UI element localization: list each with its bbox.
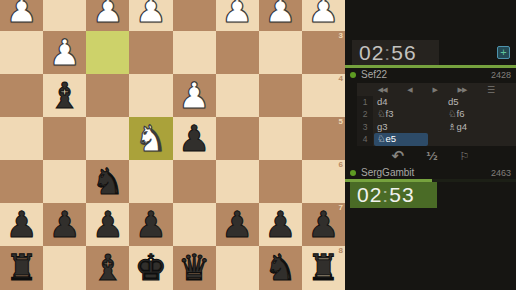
square-g6[interactable] (43, 160, 86, 203)
player-name-top[interactable]: Sef22 (361, 69, 387, 80)
nav-prev-icon[interactable]: ◀ (407, 86, 411, 94)
square-b4[interactable] (259, 74, 302, 117)
piece-white-pawn-e2[interactable]: ♟ (129, 0, 172, 31)
square-c4[interactable] (216, 74, 259, 117)
piece-black-pawn-d5[interactable]: ♟ (173, 117, 216, 160)
square-f6[interactable]: ♞ (86, 160, 129, 203)
move-number-4: 4 (357, 133, 373, 145)
rank-label-8: 8 (339, 247, 343, 255)
move-panel: ◀◀ ◀ ▶ ▶▶ ☰ 1d4d52♘f3♘f63g3♗g44♘e5 (357, 83, 516, 146)
square-h2[interactable]: ♟ (0, 0, 43, 31)
square-c3[interactable] (216, 31, 259, 74)
board: ♜♝♚♛♝♞♜1♟♟♟♟♟♟2♟3♝♟4♞♟5♞6♟♟♟♟♟♟♟7♜♝♚♛♞♜8 (0, 0, 345, 290)
square-d3[interactable] (173, 31, 216, 74)
square-d2[interactable] (173, 0, 216, 31)
piece-black-knight-f6[interactable]: ♞ (86, 160, 129, 203)
move-cell-2b[interactable]: ♘f6 (444, 108, 516, 120)
square-e7[interactable]: ♟ (129, 203, 172, 246)
square-h4[interactable] (0, 74, 43, 117)
square-e3[interactable] (129, 31, 172, 74)
square-h5[interactable] (0, 117, 43, 160)
move-cell-1w[interactable]: d4 (373, 96, 444, 108)
square-g5[interactable] (43, 117, 86, 160)
nav-next-icon[interactable]: ▶ (432, 86, 436, 94)
square-e2[interactable]: ♟ (129, 0, 172, 31)
move-nav: ◀◀ ◀ ▶ ▶▶ ☰ (357, 83, 516, 96)
game-screen: ♜♝♚♛♝♞♜1♟♟♟♟♟♟2♟3♝♟4♞♟5♞6♟♟♟♟♟♟♟7♜♝♚♛♞♜8… (0, 0, 516, 290)
piece-black-knight-b8[interactable]: ♞ (259, 246, 302, 289)
square-g7[interactable]: ♟ (43, 203, 86, 246)
move-cell-4w[interactable]: ♘e5 (373, 133, 444, 145)
nav-last-icon[interactable]: ▶▶ (458, 86, 467, 94)
square-f2[interactable]: ♟ (86, 0, 129, 31)
piece-white-pawn-g3[interactable]: ♟ (43, 31, 86, 74)
square-a3[interactable]: 3 (302, 31, 345, 74)
square-g4[interactable]: ♝ (43, 74, 86, 117)
square-f5[interactable] (86, 117, 129, 160)
square-d5[interactable]: ♟ (173, 117, 216, 160)
square-d6[interactable] (173, 160, 216, 203)
square-b5[interactable] (259, 117, 302, 160)
piece-black-bishop-g4[interactable]: ♝ (43, 74, 86, 117)
square-h3[interactable] (0, 31, 43, 74)
square-b7[interactable]: ♟ (259, 203, 302, 246)
player-row-bottom: SergGambit 2463 (345, 166, 516, 179)
move-number-1: 1 (357, 96, 373, 108)
rank-label-3: 3 (339, 32, 343, 40)
piece-black-rook-h8[interactable]: ♜ (0, 246, 43, 289)
square-b2[interactable]: ♟ (259, 0, 302, 31)
action-buttons: ↶ ½ ⚐ (345, 147, 516, 165)
clock-bottom: 02:53 (350, 182, 437, 208)
piece-black-pawn-e7[interactable]: ♟ (129, 203, 172, 246)
square-b8[interactable]: ♞ (259, 246, 302, 289)
square-f3[interactable] (86, 31, 129, 74)
player-rating-bottom: 2463 (491, 168, 511, 178)
square-b6[interactable] (259, 160, 302, 203)
piece-black-pawn-g7[interactable]: ♟ (43, 203, 86, 246)
resign-flag-icon[interactable]: ⚐ (460, 150, 470, 163)
square-a6[interactable]: 6 (302, 160, 345, 203)
move-number-3: 3 (357, 121, 373, 133)
rank-label-5: 5 (339, 118, 343, 126)
give-time-button[interactable]: + (497, 46, 510, 59)
draw-offer-icon[interactable]: ½ (426, 150, 437, 163)
piece-black-pawn-c7[interactable]: ♟ (216, 203, 259, 246)
piece-white-pawn-c2[interactable]: ♟ (216, 0, 259, 31)
square-d4[interactable]: ♟ (173, 74, 216, 117)
move-list: 1d4d52♘f3♘f63g3♗g44♘e5 (357, 96, 516, 146)
rank-label-4: 4 (339, 75, 343, 83)
square-a8[interactable]: ♜8 (302, 246, 345, 289)
nav-first-icon[interactable]: ◀◀ (378, 86, 387, 94)
piece-white-pawn-d4[interactable]: ♟ (173, 74, 216, 117)
square-c2[interactable]: ♟ (216, 0, 259, 31)
square-g3[interactable]: ♟ (43, 31, 86, 74)
square-c6[interactable] (216, 160, 259, 203)
square-a4[interactable]: 4 (302, 74, 345, 117)
square-e5[interactable]: ♞ (129, 117, 172, 160)
square-a2[interactable]: ♟2 (302, 0, 345, 31)
move-cell-2w[interactable]: ♘f3 (373, 108, 444, 120)
square-d7[interactable] (173, 203, 216, 246)
piece-black-bishop-f8[interactable]: ♝ (86, 246, 129, 289)
square-d8[interactable]: ♛ (173, 246, 216, 289)
square-e6[interactable] (129, 160, 172, 203)
piece-black-king-e8[interactable]: ♚ (129, 246, 172, 289)
takeback-icon[interactable]: ↶ (392, 147, 405, 165)
nav-menu-icon[interactable]: ☰ (487, 85, 495, 95)
player-rating-top: 2428 (491, 70, 511, 80)
square-g8[interactable] (43, 246, 86, 289)
square-h8[interactable]: ♜ (0, 246, 43, 289)
piece-black-pawn-b7[interactable]: ♟ (259, 203, 302, 246)
online-dot-top (350, 72, 356, 78)
sidebar: 02:56 + Sef22 2428 ◀◀ ◀ ▶ ▶▶ ☰ 1d4d52♘f3… (345, 0, 516, 290)
square-c5[interactable] (216, 117, 259, 160)
move-number-2: 2 (357, 108, 373, 120)
square-f4[interactable] (86, 74, 129, 117)
piece-white-pawn-h2[interactable]: ♟ (0, 0, 43, 31)
move-cell-1b[interactable]: d5 (444, 96, 516, 108)
square-c7[interactable]: ♟ (216, 203, 259, 246)
square-h6[interactable] (0, 160, 43, 203)
rank-label-7: 7 (339, 204, 343, 212)
online-dot-bottom (350, 170, 356, 176)
piece-white-pawn-f2[interactable]: ♟ (86, 0, 129, 31)
square-h7[interactable]: ♟ (0, 203, 43, 246)
move-cell-3b[interactable]: ♗g4 (444, 121, 516, 133)
clock-top: 02:56 (352, 40, 439, 66)
square-a5[interactable]: 5 (302, 117, 345, 160)
move-cell-4b[interactable] (444, 133, 516, 145)
square-b3[interactable] (259, 31, 302, 74)
piece-white-knight-e5[interactable]: ♞ (129, 117, 172, 160)
move-cell-3w[interactable]: g3 (373, 121, 444, 133)
player-name-bottom[interactable]: SergGambit (361, 167, 414, 178)
piece-white-pawn-b2[interactable]: ♟ (259, 0, 302, 31)
square-c8[interactable] (216, 246, 259, 289)
piece-black-pawn-f7[interactable]: ♟ (86, 203, 129, 246)
piece-black-queen-d8[interactable]: ♛ (173, 246, 216, 289)
square-f8[interactable]: ♝ (86, 246, 129, 289)
piece-black-pawn-h7[interactable]: ♟ (0, 203, 43, 246)
piece-white-pawn-a2[interactable]: ♟ (302, 0, 345, 31)
square-e4[interactable] (129, 74, 172, 117)
square-g2[interactable] (43, 0, 86, 31)
player-row-top: Sef22 2428 (345, 68, 516, 81)
rank-label-6: 6 (339, 161, 343, 169)
square-a7[interactable]: ♟7 (302, 203, 345, 246)
square-f7[interactable]: ♟ (86, 203, 129, 246)
square-e8[interactable]: ♚ (129, 246, 172, 289)
